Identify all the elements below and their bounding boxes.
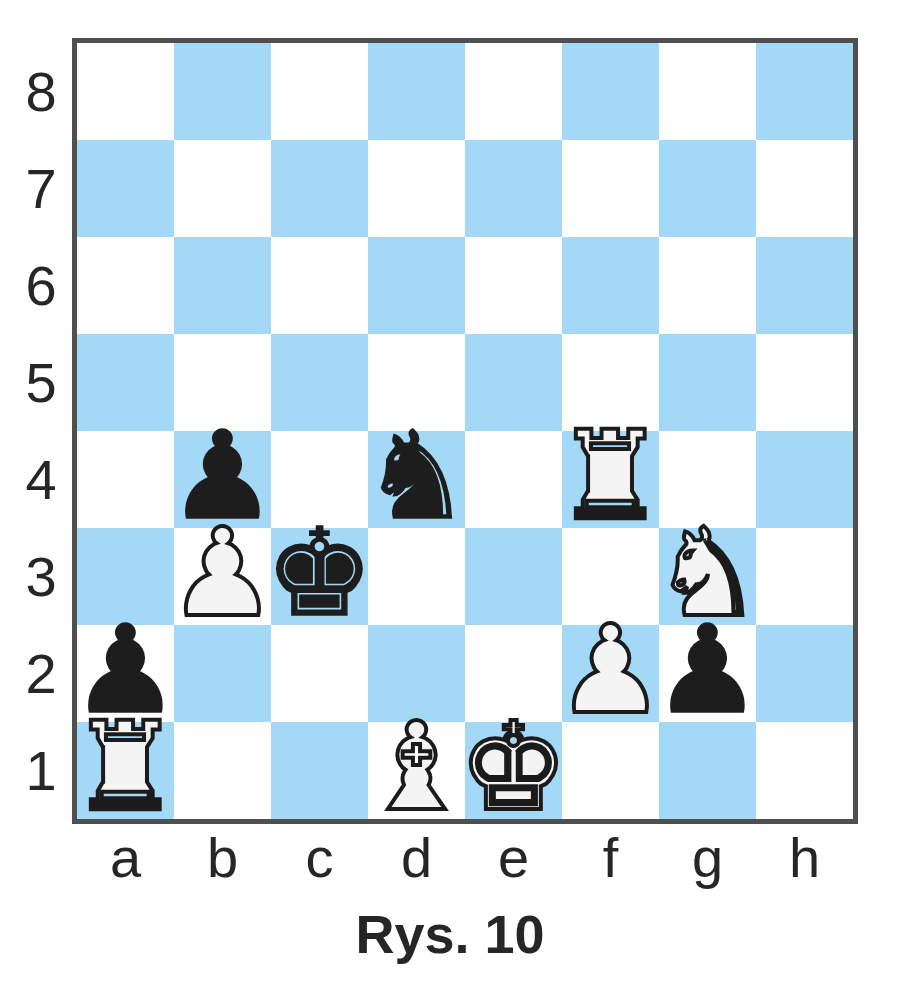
square-d8 bbox=[368, 43, 465, 140]
white-pawn-f2: ♟ bbox=[562, 622, 659, 719]
square-f1 bbox=[562, 722, 659, 819]
file-label-d: d bbox=[368, 828, 465, 886]
rank-label-2: 2 bbox=[10, 625, 72, 722]
square-a3 bbox=[77, 528, 174, 625]
square-a6 bbox=[77, 237, 174, 334]
square-g6 bbox=[659, 237, 756, 334]
square-g8 bbox=[659, 43, 756, 140]
white-rook-a1: ♜ bbox=[77, 719, 174, 816]
square-f8 bbox=[562, 43, 659, 140]
square-d1: ♝ bbox=[368, 722, 465, 819]
square-f2: ♟ bbox=[562, 625, 659, 722]
square-g3: ♞ bbox=[659, 528, 756, 625]
square-c4 bbox=[271, 431, 368, 528]
square-g7 bbox=[659, 140, 756, 237]
file-label-c: c bbox=[271, 828, 368, 886]
white-king-e1: ♚ bbox=[465, 719, 562, 816]
square-h4 bbox=[756, 431, 853, 528]
square-a7 bbox=[77, 140, 174, 237]
white-pawn-b3: ♟ bbox=[174, 525, 271, 622]
square-g2: ♟ bbox=[659, 625, 756, 722]
square-g5 bbox=[659, 334, 756, 431]
square-h3 bbox=[756, 528, 853, 625]
square-d7 bbox=[368, 140, 465, 237]
square-c2 bbox=[271, 625, 368, 722]
square-d6 bbox=[368, 237, 465, 334]
square-f3 bbox=[562, 528, 659, 625]
board: ♟♞♜♟♚♞♟♟♟♜♝♚ bbox=[72, 38, 858, 824]
rank-labels: 87654321 bbox=[10, 43, 72, 819]
figure-caption: Rys. 10 bbox=[0, 903, 900, 965]
square-b2 bbox=[174, 625, 271, 722]
square-h6 bbox=[756, 237, 853, 334]
square-a5 bbox=[77, 334, 174, 431]
square-e1: ♚ bbox=[465, 722, 562, 819]
square-e5 bbox=[465, 334, 562, 431]
square-c5 bbox=[271, 334, 368, 431]
rank-label-7: 7 bbox=[10, 140, 72, 237]
square-e8 bbox=[465, 43, 562, 140]
square-d5 bbox=[368, 334, 465, 431]
square-e2 bbox=[465, 625, 562, 722]
square-d4: ♞ bbox=[368, 431, 465, 528]
rank-label-8: 8 bbox=[10, 43, 72, 140]
square-f4: ♜ bbox=[562, 431, 659, 528]
square-b7 bbox=[174, 140, 271, 237]
square-h1 bbox=[756, 722, 853, 819]
black-pawn-g2: ♟ bbox=[659, 622, 756, 719]
square-e4 bbox=[465, 431, 562, 528]
black-pawn-a2: ♟ bbox=[77, 622, 174, 719]
square-b6 bbox=[174, 237, 271, 334]
square-b8 bbox=[174, 43, 271, 140]
square-b3: ♟ bbox=[174, 528, 271, 625]
square-a8 bbox=[77, 43, 174, 140]
file-label-b: b bbox=[174, 828, 271, 886]
white-knight-g3: ♞ bbox=[659, 525, 756, 622]
square-c7 bbox=[271, 140, 368, 237]
square-h8 bbox=[756, 43, 853, 140]
rank-label-5: 5 bbox=[10, 334, 72, 431]
square-b1 bbox=[174, 722, 271, 819]
square-c1 bbox=[271, 722, 368, 819]
square-a1: ♜ bbox=[77, 722, 174, 819]
black-king-c3: ♚ bbox=[271, 525, 368, 622]
black-knight-d4: ♞ bbox=[368, 428, 465, 525]
square-b5 bbox=[174, 334, 271, 431]
chess-diagram-page: 87654321 ♟♞♜♟♚♞♟♟♟♜♝♚ abcdefgh Rys. 10 bbox=[0, 0, 900, 989]
square-e3 bbox=[465, 528, 562, 625]
square-f7 bbox=[562, 140, 659, 237]
rank-label-4: 4 bbox=[10, 431, 72, 528]
square-g1 bbox=[659, 722, 756, 819]
square-f6 bbox=[562, 237, 659, 334]
file-label-g: g bbox=[659, 828, 756, 886]
square-c8 bbox=[271, 43, 368, 140]
square-d3 bbox=[368, 528, 465, 625]
square-h5 bbox=[756, 334, 853, 431]
square-f5 bbox=[562, 334, 659, 431]
rank-label-6: 6 bbox=[10, 237, 72, 334]
square-e6 bbox=[465, 237, 562, 334]
square-h2 bbox=[756, 625, 853, 722]
square-d2 bbox=[368, 625, 465, 722]
square-c6 bbox=[271, 237, 368, 334]
white-bishop-d1: ♝ bbox=[368, 719, 465, 816]
square-a2: ♟ bbox=[77, 625, 174, 722]
black-pawn-b4: ♟ bbox=[174, 428, 271, 525]
white-rook-f4: ♜ bbox=[562, 428, 659, 525]
file-label-e: e bbox=[465, 828, 562, 886]
square-h7 bbox=[756, 140, 853, 237]
rank-label-3: 3 bbox=[10, 528, 72, 625]
square-c3: ♚ bbox=[271, 528, 368, 625]
square-e7 bbox=[465, 140, 562, 237]
file-label-f: f bbox=[562, 828, 659, 886]
square-g4 bbox=[659, 431, 756, 528]
file-label-h: h bbox=[756, 828, 853, 886]
file-labels: abcdefgh bbox=[77, 828, 853, 886]
square-a4 bbox=[77, 431, 174, 528]
file-label-a: a bbox=[77, 828, 174, 886]
square-b4: ♟ bbox=[174, 431, 271, 528]
rank-label-1: 1 bbox=[10, 722, 72, 819]
